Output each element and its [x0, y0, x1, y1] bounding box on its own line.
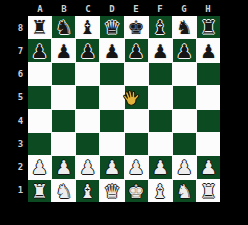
square-b1[interactable]: ♞ [52, 180, 75, 202]
game-screen: A B C D E F G H 8 7 6 5 4 3 2 1 ♜♞♝♛♚♝♞♜… [0, 0, 248, 225]
piece-black-pawn[interactable]: ♟ [176, 40, 193, 62]
square-g3[interactable] [173, 133, 196, 155]
piece-black-bishop[interactable]: ♝ [152, 16, 169, 38]
square-d6[interactable] [100, 63, 123, 85]
square-f3[interactable] [149, 133, 172, 155]
piece-black-king[interactable]: ♚ [128, 16, 145, 38]
rank-label-6: 6 [14, 63, 27, 86]
piece-white-pawn[interactable]: ♟ [200, 156, 217, 178]
piece-white-pawn[interactable]: ♟ [31, 156, 48, 178]
piece-white-bishop[interactable]: ♝ [79, 180, 96, 202]
piece-black-pawn[interactable]: ♟ [152, 40, 169, 62]
square-c8[interactable]: ♝ [76, 16, 99, 38]
square-h8[interactable]: ♜ [197, 16, 220, 38]
square-d5[interactable] [100, 86, 123, 108]
square-g7[interactable]: ♟ [173, 39, 196, 61]
square-a5[interactable] [28, 86, 51, 108]
piece-black-pawn[interactable]: ♟ [103, 40, 120, 62]
square-e1[interactable]: ♚ [125, 180, 148, 202]
square-d2[interactable]: ♟ [100, 156, 123, 178]
piece-white-knight[interactable]: ♞ [55, 180, 72, 202]
square-b4[interactable] [52, 110, 75, 132]
file-label-e: E [124, 3, 148, 15]
square-b5[interactable] [52, 86, 75, 108]
square-c2[interactable]: ♟ [76, 156, 99, 178]
piece-black-rook[interactable]: ♜ [200, 16, 217, 38]
rank-label-5: 5 [14, 86, 27, 109]
square-e4[interactable] [125, 110, 148, 132]
square-h3[interactable] [197, 133, 220, 155]
rank-label-4: 4 [14, 109, 27, 132]
rank-label-3: 3 [14, 132, 27, 155]
piece-white-pawn[interactable]: ♟ [152, 156, 169, 178]
file-label-f: F [148, 3, 172, 15]
square-a4[interactable] [28, 110, 51, 132]
square-f4[interactable] [149, 110, 172, 132]
square-e3[interactable] [125, 133, 148, 155]
rank-label-2: 2 [14, 156, 27, 179]
chess-board: ♜♞♝♛♚♝♞♜♟♟♟♟♟♟♟♟♟♟♟♟♟♟♟♟♜♞♝♛♚♝♞♜ [28, 16, 220, 202]
piece-white-pawn[interactable]: ♟ [128, 156, 145, 178]
square-c6[interactable] [76, 63, 99, 85]
piece-black-queen[interactable]: ♛ [103, 16, 120, 38]
square-d3[interactable] [100, 133, 123, 155]
square-f1[interactable]: ♝ [149, 180, 172, 202]
square-g5[interactable] [173, 86, 196, 108]
square-b6[interactable] [52, 63, 75, 85]
piece-black-knight[interactable]: ♞ [176, 16, 193, 38]
square-c1[interactable]: ♝ [76, 180, 99, 202]
square-b8[interactable]: ♞ [52, 16, 75, 38]
square-h2[interactable]: ♟ [197, 156, 220, 178]
square-d4[interactable] [100, 110, 123, 132]
piece-white-rook[interactable]: ♜ [200, 180, 217, 202]
piece-black-pawn[interactable]: ♟ [55, 40, 72, 62]
square-a7[interactable]: ♟ [28, 39, 51, 61]
square-a1[interactable]: ♜ [28, 180, 51, 202]
piece-white-pawn[interactable]: ♟ [55, 156, 72, 178]
file-label-g: G [172, 3, 196, 15]
piece-white-queen[interactable]: ♛ [103, 180, 120, 202]
piece-white-king[interactable]: ♚ [128, 180, 145, 202]
square-d7[interactable]: ♟ [100, 39, 123, 61]
file-label-b: B [52, 3, 76, 15]
square-f5[interactable] [149, 86, 172, 108]
square-f2[interactable]: ♟ [149, 156, 172, 178]
square-a8[interactable]: ♜ [28, 16, 51, 38]
square-c4[interactable] [76, 110, 99, 132]
piece-black-pawn[interactable]: ♟ [128, 40, 145, 62]
square-a6[interactable] [28, 63, 51, 85]
square-h7[interactable]: ♟ [197, 39, 220, 61]
file-label-a: A [28, 3, 52, 15]
file-label-d: D [100, 3, 124, 15]
file-labels: A B C D E F G H [28, 3, 220, 15]
piece-black-pawn[interactable]: ♟ [200, 40, 217, 62]
piece-white-bishop[interactable]: ♝ [152, 180, 169, 202]
square-e8[interactable]: ♚ [125, 16, 148, 38]
square-h5[interactable] [197, 86, 220, 108]
square-e2[interactable]: ♟ [125, 156, 148, 178]
square-b3[interactable] [52, 133, 75, 155]
square-b7[interactable]: ♟ [52, 39, 75, 61]
square-c7[interactable]: ♟ [76, 39, 99, 61]
file-label-c: C [76, 3, 100, 15]
square-f6[interactable] [149, 63, 172, 85]
square-g4[interactable] [173, 110, 196, 132]
square-d1[interactable]: ♛ [100, 180, 123, 202]
file-label-h: H [196, 3, 220, 15]
square-g2[interactable]: ♟ [173, 156, 196, 178]
square-e5[interactable] [125, 86, 148, 108]
piece-white-pawn[interactable]: ♟ [79, 156, 96, 178]
square-h6[interactable] [197, 63, 220, 85]
square-e6[interactable] [125, 63, 148, 85]
square-a3[interactable] [28, 133, 51, 155]
rank-label-8: 8 [14, 16, 27, 39]
piece-white-rook[interactable]: ♜ [31, 180, 48, 202]
square-c5[interactable] [76, 86, 99, 108]
square-c3[interactable] [76, 133, 99, 155]
square-g8[interactable]: ♞ [173, 16, 196, 38]
piece-black-bishop[interactable]: ♝ [79, 16, 96, 38]
piece-black-rook[interactable]: ♜ [31, 16, 48, 38]
rank-labels: 8 7 6 5 4 3 2 1 [14, 16, 27, 202]
square-d8[interactable]: ♛ [100, 16, 123, 38]
piece-white-knight[interactable]: ♞ [176, 180, 193, 202]
piece-white-pawn[interactable]: ♟ [103, 156, 120, 178]
square-h4[interactable] [197, 110, 220, 132]
piece-black-pawn[interactable]: ♟ [31, 40, 48, 62]
square-h1[interactable]: ♜ [197, 180, 220, 202]
piece-black-pawn[interactable]: ♟ [79, 40, 96, 62]
square-a2[interactable]: ♟ [28, 156, 51, 178]
rank-label-7: 7 [14, 39, 27, 62]
piece-black-knight[interactable]: ♞ [55, 16, 72, 38]
square-f7[interactable]: ♟ [149, 39, 172, 61]
square-b2[interactable]: ♟ [52, 156, 75, 178]
square-g6[interactable] [173, 63, 196, 85]
rank-label-1: 1 [14, 179, 27, 202]
piece-white-pawn[interactable]: ♟ [176, 156, 193, 178]
square-f8[interactable]: ♝ [149, 16, 172, 38]
square-g1[interactable]: ♞ [173, 180, 196, 202]
square-e7[interactable]: ♟ [125, 39, 148, 61]
